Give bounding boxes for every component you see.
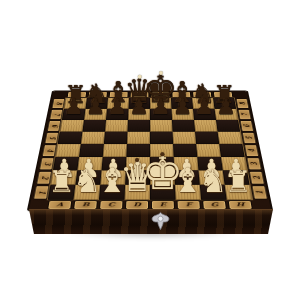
frame-cell: 7 (236, 109, 252, 120)
square-e5[interactable] (150, 132, 173, 144)
frame-corner (29, 200, 48, 210)
piece-black-pawn[interactable]: ♟ (108, 97, 128, 118)
file-label-h-near: H (229, 201, 252, 209)
frame-cell: B (72, 200, 99, 210)
rank-label-1-right: 1 (252, 186, 267, 199)
file-label-a-near: A (48, 201, 71, 209)
square-h5[interactable] (218, 132, 243, 144)
rank-label-7-right: 7 (238, 110, 251, 119)
piece-black-pawn[interactable]: ♟ (86, 97, 106, 118)
file-label-g-near: G (203, 201, 226, 209)
frame-cell: G (201, 200, 228, 210)
rank-label-7-left: 7 (49, 110, 62, 119)
square-d6[interactable] (127, 120, 150, 132)
square-f5[interactable] (173, 132, 197, 144)
square-h6[interactable] (216, 120, 240, 132)
square-e6[interactable] (150, 120, 173, 132)
file-label-d-near: D (126, 201, 148, 209)
white-king-finial-icon (161, 152, 165, 156)
white-queen-finial-icon (135, 158, 139, 162)
frame-cell: 8 (234, 98, 250, 109)
file-label-c-near: C (100, 201, 122, 209)
rank-label-8-left: 8 (52, 99, 64, 108)
rank-label-6-left: 6 (47, 121, 60, 131)
rank-label-8-right: 8 (236, 99, 248, 108)
rank-label-6-right: 6 (240, 121, 253, 131)
frame-cell: C (98, 200, 124, 210)
square-b6[interactable] (82, 120, 106, 132)
frame-cell: 5 (240, 132, 257, 144)
piece-white-rook[interactable]: ♜ (225, 168, 252, 197)
square-f6[interactable] (172, 120, 195, 132)
frame-cell: E (150, 200, 176, 210)
frame-cell: H (227, 200, 254, 210)
frame-cell: F (176, 200, 202, 210)
frame-corner (252, 200, 271, 210)
piece-black-pawn[interactable]: ♟ (173, 97, 193, 118)
frame-cell: 1 (250, 185, 269, 200)
piece-black-pawn[interactable]: ♟ (216, 97, 236, 118)
frame-cell: 6 (238, 120, 255, 132)
frame-cell: D (124, 200, 150, 210)
square-g5[interactable] (195, 132, 219, 144)
square-c6[interactable] (105, 120, 128, 132)
clasp-icon (150, 211, 171, 235)
rank-label-5-right: 5 (242, 133, 255, 143)
piece-white-knight[interactable]: ♞ (199, 166, 228, 196)
piece-black-pawn[interactable]: ♟ (129, 97, 149, 118)
frame-cell: A (46, 200, 73, 210)
black-queen-finial-icon (137, 75, 141, 79)
file-label-b-near: B (74, 201, 97, 209)
black-king-finial-icon (159, 71, 163, 75)
piece-black-pawn[interactable]: ♟ (195, 97, 215, 118)
file-label-f-near: F (178, 201, 200, 209)
piece-black-pawn[interactable]: ♟ (64, 97, 84, 118)
square-c5[interactable] (104, 132, 128, 144)
square-g6[interactable] (194, 120, 218, 132)
square-d5[interactable] (127, 132, 150, 144)
piece-white-rook[interactable]: ♜ (48, 168, 75, 197)
rank-label-5-left: 5 (45, 133, 58, 143)
file-label-e-near: E (152, 201, 174, 209)
rank-label-1-left: 1 (33, 186, 48, 199)
square-b5[interactable] (81, 132, 105, 144)
square-a5[interactable] (58, 132, 83, 144)
square-a6[interactable] (60, 120, 84, 132)
piece-black-pawn[interactable]: ♟ (151, 97, 171, 118)
chess-set-photo: ABCDEFGH8877665544332211ABCDEFGH ♜♞♝♛♚♝♞… (0, 0, 300, 300)
